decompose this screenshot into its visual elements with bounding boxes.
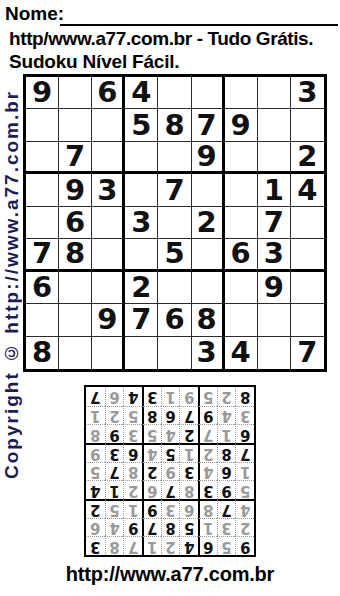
solution-cell-r1c1: 9 [235,536,254,555]
name-label: Nome: [5,4,64,24]
cell-r5c4: 3 [125,207,158,239]
cell-r2c3[interactable] [92,109,125,141]
cell-r5c5[interactable] [158,207,191,239]
solution-cell-r6c9: 9 [86,443,105,462]
solution-cell-r8c6: 8 [142,406,161,425]
cell-r4c5: 7 [158,174,191,206]
cell-r8c3: 9 [92,304,125,336]
cell-r4c9: 4 [291,174,324,206]
solution-cell-r4c8: 1 [105,480,124,499]
solution-cell-r5c1: 1 [235,462,254,481]
solution-cell-r1c5: 2 [161,536,180,555]
cell-r4c3: 3 [92,174,125,206]
cell-r4c4[interactable] [125,174,158,206]
solution-cell-r1c8: 8 [105,536,124,555]
cell-r1c1: 9 [26,77,59,109]
cell-r6c6[interactable] [192,239,225,271]
cell-r3c7[interactable] [225,142,258,174]
cell-r5c6: 2 [192,207,225,239]
cell-r1c7[interactable] [225,77,258,109]
solution-cell-r5c3: 4 [198,462,217,481]
solution-cell-r5c8: 7 [105,462,124,481]
solution-cell-r4c6: 6 [142,480,161,499]
cell-r2c8[interactable] [258,109,291,141]
cell-r7c7[interactable] [225,272,258,304]
cell-r6c5: 5 [158,239,191,271]
solution-cell-r8c5: 6 [161,406,180,425]
cell-r8c9[interactable] [291,304,324,336]
solution-cell-r6c2: 8 [217,443,236,462]
solution-cell-r3c3: 8 [198,499,217,518]
cell-r2c1[interactable] [26,109,59,141]
cell-r9c9: 7 [291,337,324,369]
cell-r7c8: 9 [258,272,291,304]
solution-cell-r3c9: 2 [86,499,105,518]
solution-cell-r1c7: 7 [123,536,142,555]
cell-r2c5: 8 [158,109,191,141]
cell-r7c6[interactable] [192,272,225,304]
cell-r8c1[interactable] [26,304,59,336]
solution-cell-r2c1: 2 [235,518,254,537]
solution-cell-r9c8: 6 [105,387,124,406]
cell-r1c4: 4 [125,77,158,109]
solution-cell-r2c4: 5 [179,518,198,537]
solution-grid-rotated: 9564217832315879464786391525938762141643… [84,385,256,557]
cell-r1c6[interactable] [192,77,225,109]
solution-cell-r6c1: 7 [235,443,254,462]
sudoku-grid: 964358797929371463277856362997688347 [23,74,327,372]
cell-r8c8[interactable] [258,304,291,336]
solution-cell-r8c2: 4 [217,406,236,425]
solution-cell-r9c9: 7 [86,387,105,406]
cell-r8c6: 8 [192,304,225,336]
cell-r5c2: 6 [59,207,92,239]
solution-cell-r1c2: 5 [217,536,236,555]
cell-r6c8: 3 [258,239,291,271]
cell-r6c1: 7 [26,239,59,271]
cell-r6c3[interactable] [92,239,125,271]
cell-r4c1[interactable] [26,174,59,206]
cell-r7c3[interactable] [92,272,125,304]
solution-cell-r7c2: 1 [217,424,236,443]
cell-r2c4: 5 [125,109,158,141]
cell-r3c2: 7 [59,142,92,174]
solution-cell-r5c2: 6 [217,462,236,481]
solution-cell-r8c7: 5 [123,406,142,425]
cell-r2c6: 7 [192,109,225,141]
cell-r4c7[interactable] [225,174,258,206]
cell-r1c9: 3 [291,77,324,109]
solution-cell-r8c1: 3 [235,406,254,425]
page-title: Sudoku Nível Fácil. [9,51,179,73]
solution-cell-r7c5: 4 [161,424,180,443]
cell-r8c5: 6 [158,304,191,336]
solution-cell-r4c5: 7 [161,480,180,499]
cell-r9c6: 3 [192,337,225,369]
cell-r3c8[interactable] [258,142,291,174]
cell-r6c2: 8 [59,239,92,271]
cell-r4c8: 1 [258,174,291,206]
cell-r6c7: 6 [225,239,258,271]
cell-r5c8: 7 [258,207,291,239]
cell-r7c4: 2 [125,272,158,304]
solution-cell-r4c2: 9 [217,480,236,499]
cell-r9c5[interactable] [158,337,191,369]
solution-cell-r7c6: 5 [142,424,161,443]
cell-r5c9[interactable] [291,207,324,239]
solution-cell-r5c5: 9 [161,462,180,481]
cell-r8c4: 7 [125,304,158,336]
solution-cell-r7c4: 2 [179,424,198,443]
solution-cell-r7c3: 7 [198,424,217,443]
solution-cell-r3c4: 6 [179,499,198,518]
solution-cell-r9c6: 3 [142,387,161,406]
solution-cell-r9c5: 1 [161,387,180,406]
cell-r2c7: 9 [225,109,258,141]
solution-cell-r1c3: 6 [198,536,217,555]
solution-cell-r6c8: 3 [105,443,124,462]
solution-cell-r4c1: 5 [235,480,254,499]
cell-r7c9[interactable] [291,272,324,304]
cell-r6c9[interactable] [291,239,324,271]
solution-cell-r2c6: 7 [142,518,161,537]
solution-cell-r6c4: 1 [179,443,198,462]
cell-r1c2[interactable] [59,77,92,109]
solution-cell-r5c6: 2 [142,462,161,481]
cell-r5c1[interactable] [26,207,59,239]
solution-cell-r8c3: 9 [198,406,217,425]
cell-r5c3[interactable] [92,207,125,239]
solution-cell-r3c8: 5 [105,499,124,518]
cell-r9c1: 8 [26,337,59,369]
cell-r5c7[interactable] [225,207,258,239]
solution-cell-r2c2: 3 [217,518,236,537]
cell-r1c3: 6 [92,77,125,109]
solution-cell-r7c7: 3 [123,424,142,443]
solution-cell-r2c5: 8 [161,518,180,537]
cell-r3c1[interactable] [26,142,59,174]
solution-cell-r5c9: 5 [86,462,105,481]
solution-cell-r1c4: 4 [179,536,198,555]
solution-cell-r2c7: 9 [123,518,142,537]
solution-cell-r9c3: 5 [198,387,217,406]
solution-cell-r9c2: 2 [217,387,236,406]
solution-cell-r4c4: 8 [179,480,198,499]
cell-r8c7[interactable] [225,304,258,336]
cell-r3c3[interactable] [92,142,125,174]
cell-r9c7: 4 [225,337,258,369]
cell-r9c2[interactable] [59,337,92,369]
solution-cell-r6c7: 6 [123,443,142,462]
solution-cell-r5c7: 8 [123,462,142,481]
cell-r9c8[interactable] [258,337,291,369]
solution-cell-r1c9: 3 [86,536,105,555]
name-underline[interactable] [60,24,338,26]
solution-cell-r1c6: 1 [142,536,161,555]
solution-cell-r9c1: 8 [235,387,254,406]
solution-cell-r8c8: 2 [105,406,124,425]
cell-r1c8[interactable] [258,77,291,109]
cell-r7c1: 6 [26,272,59,304]
footer-url: http://www.a77.com.br [0,563,340,586]
cell-r2c2[interactable] [59,109,92,141]
cell-r7c2[interactable] [59,272,92,304]
solution-cell-r8c4: 7 [179,406,198,425]
cell-r6c4[interactable] [125,239,158,271]
solution-cell-r7c9: 8 [86,424,105,443]
solution-cell-r3c2: 7 [217,499,236,518]
solution-cell-r6c5: 5 [161,443,180,462]
solution-cell-r5c4: 3 [179,462,198,481]
solution-cell-r2c8: 4 [105,518,124,537]
cell-r9c4[interactable] [125,337,158,369]
cell-r7c5[interactable] [158,272,191,304]
solution-cell-r7c8: 9 [105,424,124,443]
cell-r8c2[interactable] [59,304,92,336]
solution-cell-r3c6: 9 [142,499,161,518]
cell-r3c9: 2 [291,142,324,174]
copyright-vertical-text: Copyright © http://www.a77.com.br [0,76,23,492]
cell-r1c5[interactable] [158,77,191,109]
solution-cell-r3c5: 3 [161,499,180,518]
solution-cell-r3c1: 4 [235,499,254,518]
solution-cell-r9c4: 9 [179,387,198,406]
solution-cell-r2c3: 1 [198,518,217,537]
cell-r3c4[interactable] [125,142,158,174]
solution-cell-r9c7: 4 [123,387,142,406]
cell-r2c9[interactable] [291,109,324,141]
cell-r3c6: 9 [192,142,225,174]
solution-cell-r7c1: 6 [235,424,254,443]
cell-r4c2: 9 [59,174,92,206]
cell-r4c6[interactable] [192,174,225,206]
sudoku-printout-page: Nome: http/www.a77.com.br - Tudo Grátis.… [0,0,340,596]
site-url-line: http/www.a77.com.br - Tudo Grátis. [9,28,313,50]
solution-cell-r6c3: 2 [198,443,217,462]
solution-cell-r6c6: 4 [142,443,161,462]
solution-cell-r2c9: 6 [86,518,105,537]
solution-cell-r4c7: 2 [123,480,142,499]
solution-cell-r4c9: 4 [86,480,105,499]
solution-cell-r8c9: 1 [86,406,105,425]
cell-r9c3[interactable] [92,337,125,369]
solution-cell-r4c3: 3 [198,480,217,499]
cell-r3c5[interactable] [158,142,191,174]
solution-cell-r3c7: 1 [123,499,142,518]
